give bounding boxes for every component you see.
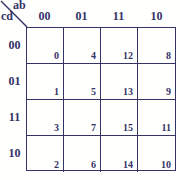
kmap-cell-m2[interactable]: 2 (27, 136, 64, 172)
kmap-cell-m13[interactable]: 13 (101, 64, 138, 100)
kmap-cell-m3[interactable]: 3 (27, 100, 64, 136)
col-header-10: 10 (137, 9, 176, 25)
kmap-cell-m12[interactable]: 12 (101, 28, 138, 64)
corner-header-cell: ab cd (0, 0, 27, 27)
row-headers: 00 01 11 10 (0, 27, 26, 171)
kmap-cell-m1[interactable]: 1 (27, 64, 64, 100)
kmap-cell-m14[interactable]: 14 (101, 136, 138, 172)
karnaugh-map: ab cd 00 01 11 10 00 01 11 10 0 4 12 8 1… (0, 0, 180, 180)
kmap-cell-m7[interactable]: 7 (64, 100, 101, 136)
kmap-grid: 0 4 12 8 1 5 13 9 3 7 15 11 2 6 14 10 (26, 27, 176, 171)
kmap-cell-m6[interactable]: 6 (64, 136, 101, 172)
kmap-cell-m9[interactable]: 9 (138, 64, 175, 100)
col-header-01: 01 (63, 9, 100, 25)
kmap-cell-m0[interactable]: 0 (27, 28, 64, 64)
kmap-cell-m4[interactable]: 4 (64, 28, 101, 64)
column-variables-label: ab (13, 0, 26, 11)
row-header-01: 01 (0, 63, 26, 99)
column-headers: 00 01 11 10 (26, 9, 176, 25)
row-variables-label: cd (1, 11, 13, 22)
kmap-cell-m10[interactable]: 10 (138, 136, 175, 172)
row-header-00: 00 (0, 27, 26, 63)
kmap-cell-m15[interactable]: 15 (101, 100, 138, 136)
row-header-11: 11 (0, 99, 26, 135)
kmap-cell-m8[interactable]: 8 (138, 28, 175, 64)
kmap-cell-m5[interactable]: 5 (64, 64, 101, 100)
kmap-cell-m11[interactable]: 11 (138, 100, 175, 136)
col-header-11: 11 (100, 9, 137, 25)
col-header-00: 00 (26, 9, 63, 25)
row-header-10: 10 (0, 135, 26, 171)
